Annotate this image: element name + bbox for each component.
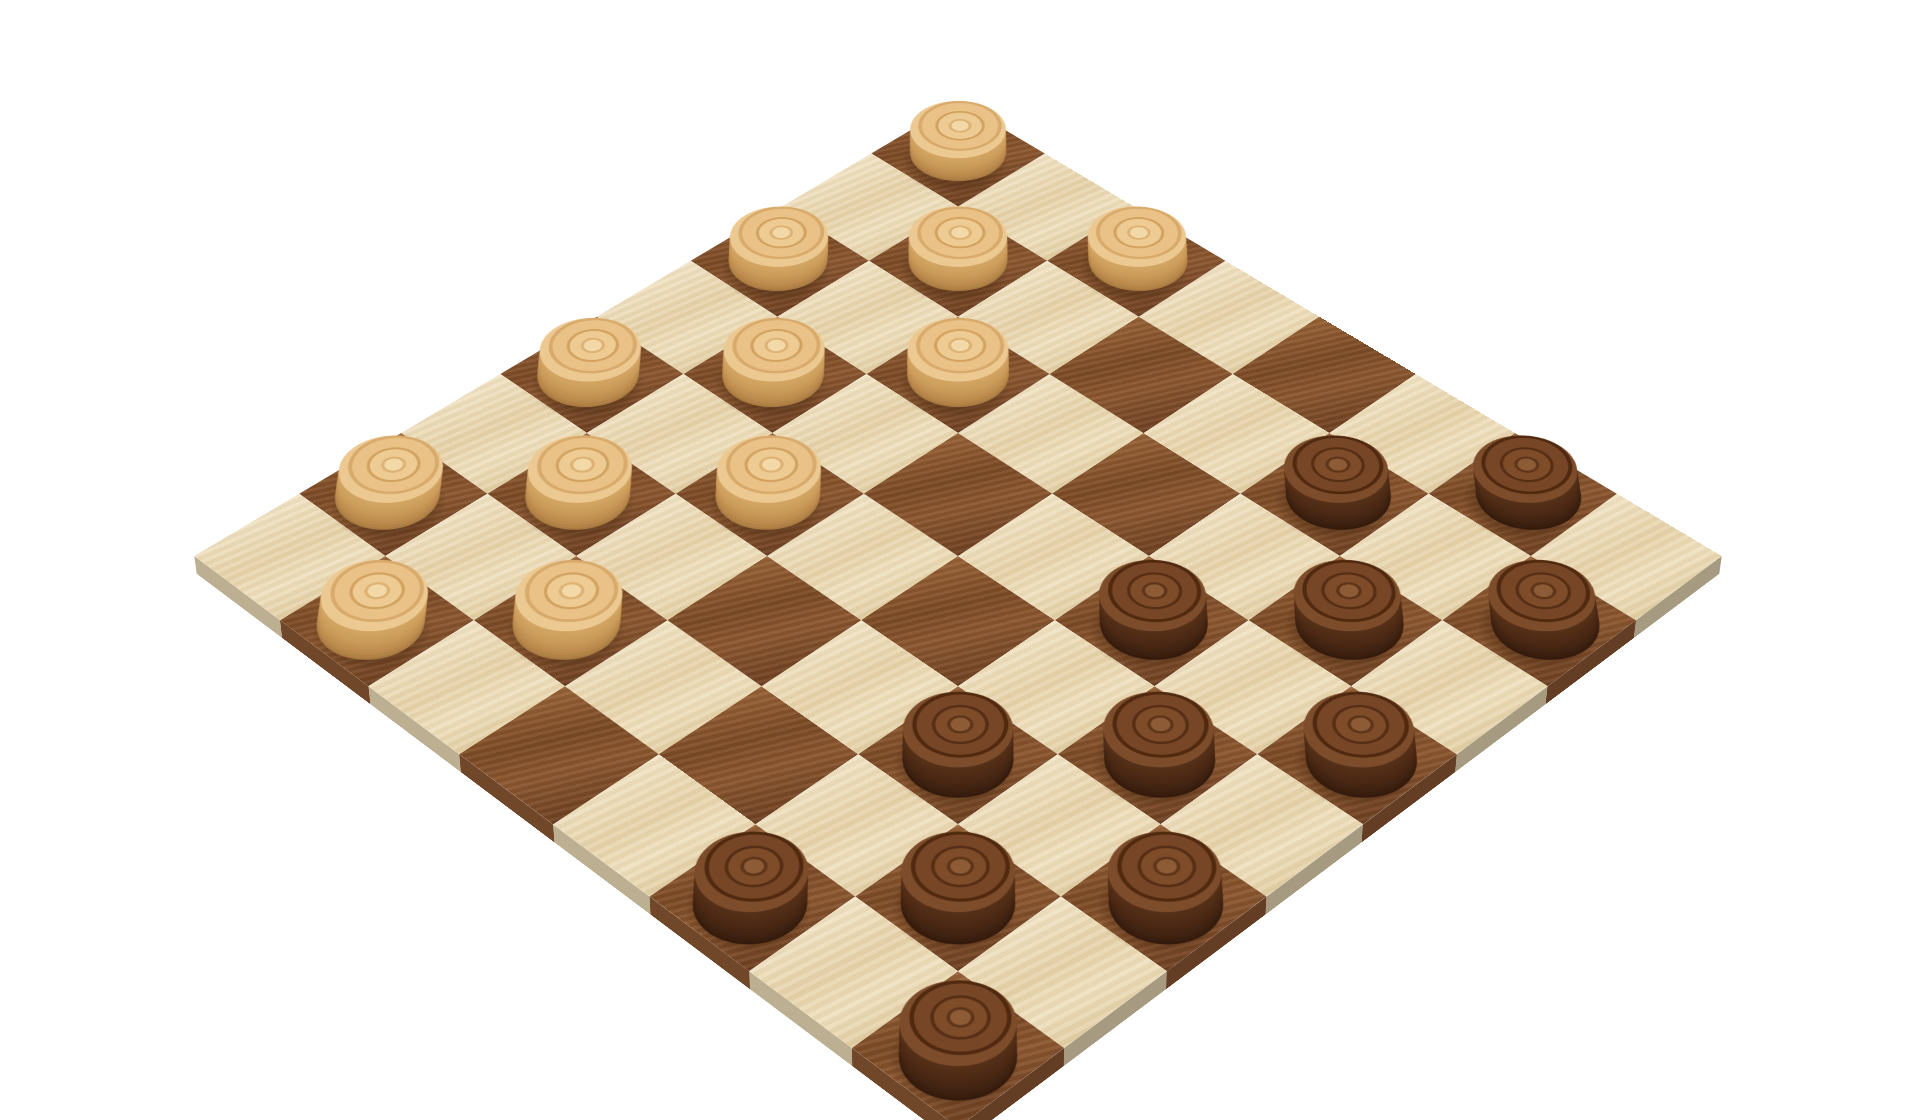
board-square-dark[interactable] bbox=[474, 556, 668, 686]
checkers-board bbox=[194, 102, 1721, 1120]
board-square-dark[interactable] bbox=[1240, 433, 1428, 556]
board-scene bbox=[0, 0, 1920, 1120]
